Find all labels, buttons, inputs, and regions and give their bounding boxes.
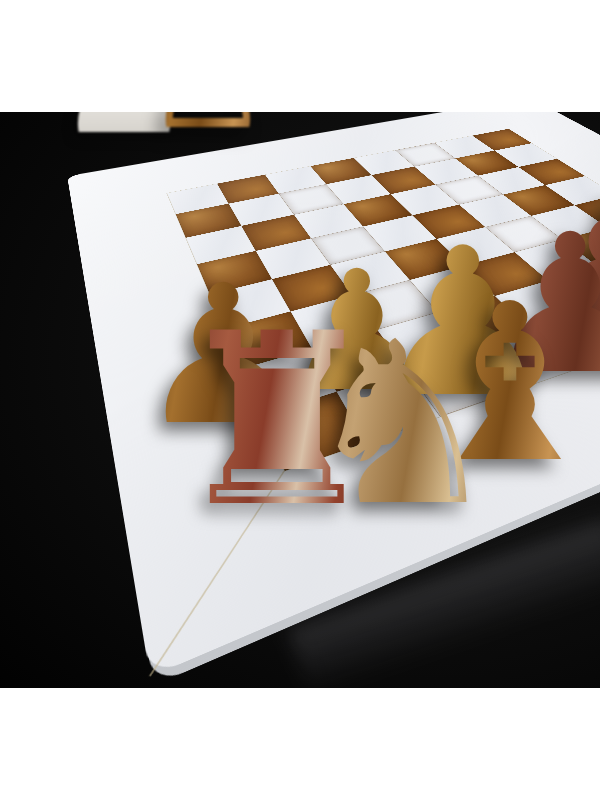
far-piece-base-cropped-glyph: ♙ <box>145 112 271 149</box>
far-piece-base-cropped[interactable]: ♙ <box>153 112 263 129</box>
photo-scene: ♟♙♟♜♟♞♟♝♟♟ Overhead-angle product photog… <box>0 112 600 688</box>
black-rook[interactable]: ♜ <box>184 321 370 507</box>
matte-top <box>0 0 600 112</box>
pieces-layer: ♟♙♟♜♟♞♟♝♟♟ <box>0 112 600 688</box>
matte-bottom <box>0 688 600 800</box>
black-rook-glyph: ♜ <box>170 302 383 540</box>
